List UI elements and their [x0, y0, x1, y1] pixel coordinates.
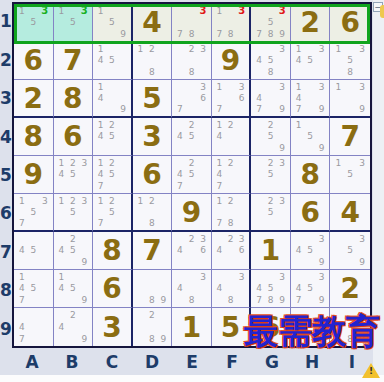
given-digit: 7: [330, 118, 370, 155]
candidate-1: 1: [95, 157, 106, 169]
row-label-6: 6: [0, 194, 12, 232]
cell-H2[interactable]: 1345: [291, 42, 331, 80]
column-label-B: B: [52, 349, 92, 375]
candidate-2: 2: [146, 195, 158, 206]
cell-F1[interactable]: 1378: [212, 4, 252, 42]
candidate-5: 5: [67, 169, 79, 181]
cell-F6[interactable]: 1278: [212, 194, 252, 232]
cell-G6[interactable]: 235: [251, 194, 291, 232]
cell-B6[interactable]: 1235: [54, 194, 94, 232]
cell-A8[interactable]: 1457: [14, 270, 54, 308]
cell-A7[interactable]: 45: [14, 232, 54, 270]
column-label-A: A: [12, 349, 52, 375]
candidate-grid: 245: [174, 119, 209, 154]
cell-H6[interactable]: 6: [291, 194, 331, 232]
candidate-grid: 135: [332, 157, 368, 192]
cell-E4[interactable]: 245: [172, 118, 212, 156]
cell-A2[interactable]: 6: [14, 42, 54, 80]
candidate-grid: 2457: [174, 157, 209, 192]
candidate-3: 3: [276, 195, 288, 206]
candidate-grid: 259: [253, 119, 288, 154]
candidate-5: 5: [106, 206, 117, 217]
row-label-7: 7: [0, 233, 12, 271]
candidate-1: 1: [56, 157, 68, 169]
candidate-grid: 35789: [253, 5, 288, 40]
candidate-3: 3: [276, 81, 288, 92]
candidate-grid: 359: [332, 233, 368, 268]
warning-triangle-icon[interactable]: !: [362, 363, 380, 378]
candidate-grid: 3479: [253, 81, 288, 115]
candidate-1: 1: [214, 81, 225, 92]
candidate-2: 2: [106, 195, 117, 206]
candidate-4: 4: [293, 92, 305, 103]
candidate-8: 8: [186, 294, 198, 306]
cell-C3[interactable]: 149: [93, 80, 133, 118]
candidate-1: 1: [16, 5, 28, 17]
candidate-8: 8: [146, 294, 158, 306]
given-digit: 9: [14, 156, 53, 193]
cell-D1[interactable]: 4: [133, 4, 173, 42]
cell-E9[interactable]: 1: [172, 308, 212, 346]
candidate-grid: 1367: [214, 81, 248, 115]
candidate-9: 9: [117, 28, 128, 40]
candidate-7: 7: [214, 218, 225, 229]
candidate-3: 3: [197, 271, 209, 283]
candidate-4: 4: [293, 55, 305, 67]
candidate-1: 1: [293, 81, 305, 92]
candidate-grid: 1245: [95, 119, 129, 154]
candidate-grid: 139: [332, 81, 368, 115]
candidate-5: 5: [344, 55, 356, 67]
cell-A9[interactable]: 47: [14, 308, 54, 346]
candidate-3: 3: [356, 43, 368, 55]
candidate-grid: 12345: [56, 157, 91, 192]
candidate-9: 9: [276, 28, 288, 40]
candidate-grid: 367: [174, 81, 209, 115]
given-digit: 2: [291, 4, 330, 41]
candidate-grid: 124: [214, 119, 248, 154]
candidate-2: 2: [225, 195, 236, 206]
candidate-grid: 45: [16, 233, 51, 268]
given-digit: 9: [212, 42, 250, 79]
cell-B3[interactable]: 8: [54, 80, 94, 118]
candidate-2: 2: [146, 309, 158, 321]
candidate-2: 2: [265, 195, 277, 206]
candidate-5: 5: [67, 206, 79, 217]
column-label-F: F: [212, 349, 252, 375]
cell-D9[interactable]: 289: [133, 308, 173, 346]
cell-D3[interactable]: 5: [133, 80, 173, 118]
candidate-6: 6: [197, 245, 209, 257]
candidate-8: 8: [265, 294, 277, 306]
cell-C2[interactable]: 145: [93, 42, 133, 80]
cell-C4[interactable]: 1245: [93, 118, 133, 156]
candidate-grid: 289: [135, 309, 170, 345]
candidate-9: 9: [158, 294, 170, 306]
candidate-7: 7: [174, 28, 186, 40]
column-labels: ABCDEFGHI: [12, 349, 372, 375]
candidate-9: 9: [316, 142, 328, 154]
cell-F7[interactable]: 2346: [212, 232, 252, 270]
candidate-grid: 3458: [253, 43, 288, 78]
cell-C7[interactable]: 8: [93, 232, 133, 270]
candidate-1: 1: [332, 157, 344, 169]
candidate-4: 4: [56, 169, 68, 181]
candidate-grid: 1278: [214, 195, 248, 229]
column-label-G: G: [252, 349, 292, 375]
candidate-7: 7: [253, 294, 265, 306]
candidate-5: 5: [265, 169, 277, 181]
candidate-grid: 345789: [253, 271, 288, 306]
cell-A5[interactable]: 9: [14, 156, 54, 194]
sudoku-grid: 1351351594378137835789266714512823893458…: [14, 4, 370, 346]
candidate-5: 5: [265, 131, 277, 143]
candidate-2: 2: [67, 195, 79, 206]
cell-G7[interactable]: 1: [251, 232, 291, 270]
candidate-3: 3: [316, 271, 328, 283]
cell-I8[interactable]: 2: [330, 270, 370, 308]
cell-C6[interactable]: 1257: [93, 194, 133, 232]
candidate-grid: 1357: [16, 195, 51, 229]
given-digit: 2: [14, 80, 53, 116]
candidate-2: 2: [67, 309, 79, 321]
candidate-2: 2: [265, 119, 277, 131]
candidate-5: 5: [28, 17, 40, 29]
cell-B1[interactable]: 135: [54, 4, 94, 42]
candidate-7: 7: [174, 104, 186, 115]
candidate-grid: 2459: [56, 233, 91, 268]
candidate-grid: 1459: [56, 271, 91, 306]
candidate-grid: 145: [95, 43, 129, 78]
candidate-grid: 135: [56, 5, 91, 40]
candidate-5: 5: [265, 55, 277, 67]
candidate-7: 7: [253, 28, 265, 40]
sudoku-board: 1351351594378137835789266714512823893458…: [12, 2, 372, 348]
cell-I3[interactable]: 139: [330, 80, 370, 118]
cropped-toolbar-icon: [380, 5, 384, 18]
candidate-7: 7: [16, 218, 28, 229]
candidate-1: 1: [214, 119, 225, 131]
candidate-7: 7: [16, 333, 28, 345]
candidate-3: 3: [236, 271, 247, 283]
cell-D6[interactable]: 128: [133, 194, 173, 232]
candidate-8: 8: [265, 66, 277, 78]
column-label-C: C: [92, 349, 132, 375]
cell-H7[interactable]: 3459: [291, 232, 331, 270]
given-digit: 5: [133, 80, 172, 116]
candidate-4: 4: [16, 245, 28, 257]
candidate-8: 8: [344, 66, 356, 78]
candidate-5: 5: [265, 283, 277, 295]
candidate-4: 4: [174, 245, 186, 257]
cell-E5[interactable]: 2457: [172, 156, 212, 194]
candidate-2: 2: [106, 157, 117, 169]
cell-I5[interactable]: 135: [330, 156, 370, 194]
candidate-5: 5: [186, 169, 198, 181]
candidate-8: 8: [146, 66, 158, 78]
cell-G1[interactable]: 35789: [251, 4, 291, 42]
cell-B4[interactable]: 6: [54, 118, 94, 156]
candidate-4: 4: [174, 169, 186, 181]
cell-A4[interactable]: 8: [14, 118, 54, 156]
row-labels: 123456789: [0, 2, 12, 348]
candidate-4: 4: [174, 283, 186, 295]
candidate-grid: 348: [174, 271, 209, 306]
cell-D2[interactable]: 128: [133, 42, 173, 80]
candidate-5: 5: [28, 283, 40, 295]
cell-E8[interactable]: 348: [172, 270, 212, 308]
cell-D4[interactable]: 3: [133, 118, 173, 156]
candidate-grid: 159: [293, 119, 328, 154]
cell-B5[interactable]: 12345: [54, 156, 94, 194]
watermark-text: 最需教育: [244, 313, 380, 350]
candidate-grid: 128: [135, 195, 170, 229]
candidate-3: 3: [236, 5, 247, 17]
candidate-1: 1: [332, 81, 344, 92]
candidate-grid: 1345: [293, 43, 328, 78]
candidate-grid: 12457: [95, 157, 129, 192]
candidate-6: 6: [197, 92, 209, 103]
candidate-3: 3: [276, 157, 288, 169]
cell-F4[interactable]: 124: [212, 118, 252, 156]
candidate-5: 5: [265, 206, 277, 217]
given-digit: 7: [54, 42, 93, 79]
given-digit: 6: [14, 42, 53, 79]
candidate-1: 1: [56, 5, 68, 17]
candidate-grid: 47: [16, 309, 51, 345]
candidate-5: 5: [67, 17, 79, 29]
cell-G5[interactable]: 235: [251, 156, 291, 194]
candidate-7: 7: [293, 294, 305, 306]
cell-I1[interactable]: 6: [330, 4, 370, 42]
candidate-7: 7: [253, 104, 265, 115]
candidate-9: 9: [276, 104, 288, 115]
candidate-4: 4: [214, 169, 225, 181]
candidate-5: 5: [344, 245, 356, 257]
candidate-1: 1: [56, 195, 68, 206]
cell-G2[interactable]: 3458: [251, 42, 291, 80]
candidate-grid: 235: [253, 157, 288, 192]
cell-F3[interactable]: 1367: [212, 80, 252, 118]
candidate-2: 2: [67, 157, 79, 169]
candidate-8: 8: [225, 28, 236, 40]
candidate-7: 7: [95, 180, 106, 192]
candidate-9: 9: [316, 104, 328, 115]
cell-B9[interactable]: 249: [54, 308, 94, 346]
candidate-1: 1: [214, 5, 225, 17]
cell-G4[interactable]: 259: [251, 118, 291, 156]
row-label-2: 2: [0, 40, 12, 78]
cell-E1[interactable]: 378: [172, 4, 212, 42]
row-label-3: 3: [0, 79, 12, 117]
candidate-4: 4: [214, 131, 225, 143]
candidate-3: 3: [197, 81, 209, 92]
cell-B7[interactable]: 2459: [54, 232, 94, 270]
candidate-5: 5: [67, 245, 79, 257]
candidate-grid: 13479: [293, 81, 328, 115]
cell-H5[interactable]: 8: [291, 156, 331, 194]
candidate-grid: 348: [214, 271, 248, 306]
candidate-9: 9: [356, 256, 368, 268]
given-digit: 9: [172, 194, 211, 230]
cell-C8[interactable]: 6: [93, 270, 133, 308]
given-digit: 8: [14, 118, 53, 155]
given-digit: 4: [133, 4, 172, 41]
warning-exclamation: !: [362, 366, 380, 376]
cell-A1[interactable]: 135: [14, 4, 54, 42]
candidate-grid: 235: [253, 195, 288, 229]
cell-G3[interactable]: 3479: [251, 80, 291, 118]
given-digit: 1: [251, 232, 290, 269]
candidate-8: 8: [225, 294, 236, 306]
candidate-5: 5: [304, 131, 316, 143]
cell-G8[interactable]: 345789: [251, 270, 291, 308]
cell-I4[interactable]: 7: [330, 118, 370, 156]
candidate-8: 8: [146, 218, 158, 229]
candidate-5: 5: [265, 17, 277, 29]
candidate-5: 5: [304, 283, 316, 295]
cell-H3[interactable]: 13479: [291, 80, 331, 118]
candidate-3: 3: [316, 43, 328, 55]
cell-C9[interactable]: 3: [93, 308, 133, 346]
candidate-9: 9: [356, 104, 368, 115]
given-digit: 8: [291, 156, 330, 193]
cell-I2[interactable]: 1358: [330, 42, 370, 80]
cell-B2[interactable]: 7: [54, 42, 94, 80]
candidate-2: 2: [225, 157, 236, 169]
candidate-3: 3: [197, 5, 209, 17]
candidate-1: 1: [16, 271, 28, 283]
cell-H1[interactable]: 2: [291, 4, 331, 42]
candidate-8: 8: [186, 28, 198, 40]
candidate-grid: 34579: [293, 271, 328, 306]
candidate-4: 4: [95, 169, 106, 181]
candidate-3: 3: [236, 81, 247, 92]
candidate-1: 1: [95, 43, 106, 55]
candidate-grid: 135: [16, 5, 51, 40]
candidate-4: 4: [56, 321, 68, 333]
candidate-8: 8: [186, 66, 198, 78]
candidate-2: 2: [67, 233, 79, 245]
given-digit: 1: [172, 308, 211, 346]
candidate-1: 1: [214, 157, 225, 169]
candidate-3: 3: [79, 157, 91, 169]
column-label-H: H: [292, 349, 332, 375]
cell-E6[interactable]: 9: [172, 194, 212, 232]
cell-C1[interactable]: 159: [93, 4, 133, 42]
candidate-1: 1: [293, 43, 305, 55]
candidate-2: 2: [186, 233, 198, 245]
cell-A6[interactable]: 1357: [14, 194, 54, 232]
candidate-9: 9: [316, 294, 328, 306]
cell-F2[interactable]: 9: [212, 42, 252, 80]
row-label-9: 9: [0, 310, 12, 348]
cell-D7[interactable]: 7: [133, 232, 173, 270]
cell-H4[interactable]: 159: [291, 118, 331, 156]
candidate-4: 4: [293, 283, 305, 295]
given-digit: 6: [54, 118, 93, 155]
cell-C5[interactable]: 12457: [93, 156, 133, 194]
candidate-1: 1: [16, 195, 28, 206]
candidate-2: 2: [225, 119, 236, 131]
given-digit: 3: [133, 118, 172, 155]
candidate-grid: 2346: [214, 233, 248, 268]
candidate-1: 1: [293, 119, 305, 131]
cell-I6[interactable]: 4: [330, 194, 370, 232]
candidate-2: 2: [265, 157, 277, 169]
given-digit: 8: [93, 232, 131, 269]
candidate-3: 3: [39, 195, 51, 206]
candidate-7: 7: [16, 294, 28, 306]
cell-E3[interactable]: 367: [172, 80, 212, 118]
candidate-3: 3: [316, 81, 328, 92]
cell-I7[interactable]: 359: [330, 232, 370, 270]
candidate-4: 4: [16, 283, 28, 295]
candidate-grid: 1358: [332, 43, 368, 78]
candidate-5: 5: [106, 17, 117, 29]
candidate-9: 9: [79, 333, 91, 345]
candidate-3: 3: [197, 43, 209, 55]
candidate-2: 2: [106, 119, 117, 131]
candidate-5: 5: [28, 245, 40, 257]
cell-F5[interactable]: 1247: [212, 156, 252, 194]
candidate-3: 3: [79, 5, 91, 17]
candidate-4: 4: [56, 245, 68, 257]
candidate-grid: 89: [135, 271, 170, 306]
candidate-grid: 3459: [293, 233, 328, 268]
candidate-1: 1: [95, 5, 106, 17]
candidate-3: 3: [276, 5, 288, 17]
candidate-1: 1: [135, 43, 147, 55]
cell-A3[interactable]: 2: [14, 80, 54, 118]
candidate-2: 2: [146, 43, 158, 55]
candidate-3: 3: [236, 233, 247, 245]
given-digit: 2: [330, 270, 370, 307]
cell-D8[interactable]: 89: [133, 270, 173, 308]
candidate-4: 4: [214, 245, 225, 257]
candidate-6: 6: [236, 245, 247, 257]
candidate-1: 1: [95, 119, 106, 131]
cell-E7[interactable]: 2346: [172, 232, 212, 270]
cell-B8[interactable]: 1459: [54, 270, 94, 308]
given-digit: 6: [133, 156, 172, 193]
candidate-4: 4: [214, 283, 225, 295]
row-label-5: 5: [0, 156, 12, 194]
candidate-grid: 1378: [214, 5, 248, 40]
candidate-grid: 2346: [174, 233, 209, 268]
row-label-1: 1: [0, 2, 12, 40]
given-digit: 4: [330, 194, 370, 230]
candidate-5: 5: [106, 131, 117, 143]
candidate-8: 8: [146, 333, 158, 345]
given-digit: 6: [93, 270, 131, 307]
candidate-2: 2: [186, 157, 198, 169]
cell-F8[interactable]: 348: [212, 270, 252, 308]
candidate-5: 5: [186, 131, 198, 143]
candidate-3: 3: [276, 271, 288, 283]
candidate-2: 2: [225, 233, 236, 245]
candidate-7: 7: [214, 104, 225, 115]
cell-D5[interactable]: 6: [133, 156, 173, 194]
candidate-4: 4: [56, 283, 68, 295]
candidate-3: 3: [197, 233, 209, 245]
cell-E2[interactable]: 238: [172, 42, 212, 80]
candidate-4: 4: [95, 92, 106, 103]
candidate-7: 7: [214, 28, 225, 40]
cell-H8[interactable]: 34579: [291, 270, 331, 308]
row-label-8: 8: [0, 271, 12, 309]
candidate-4: 4: [253, 92, 265, 103]
